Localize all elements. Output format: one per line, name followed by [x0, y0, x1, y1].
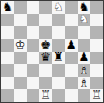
white-rook-outline: ♖ — [90, 89, 103, 102]
square-e7[interactable] — [52, 14, 65, 27]
square-a7[interactable] — [1, 14, 14, 27]
white-knight-piece: ♞♘ — [52, 1, 65, 14]
square-b5[interactable]: ♚♔ — [14, 39, 27, 52]
square-g8[interactable]: ♞ — [78, 1, 91, 14]
square-e1[interactable] — [52, 89, 65, 102]
square-h5[interactable] — [90, 39, 103, 52]
square-b2[interactable] — [14, 77, 27, 90]
square-h6[interactable] — [90, 26, 103, 39]
black-pawn-piece: ♟ — [65, 39, 78, 52]
square-e5[interactable] — [52, 39, 65, 52]
black-knight-piece: ♞ — [1, 1, 14, 14]
square-f2[interactable] — [65, 77, 78, 90]
black-pawn-glyph: ♟ — [78, 52, 91, 65]
square-d3[interactable] — [39, 64, 52, 77]
black-knight-piece: ♞ — [78, 1, 91, 14]
square-g4[interactable]: ♟ — [78, 52, 91, 65]
white-knight-outline: ♘ — [78, 14, 91, 27]
square-f4[interactable] — [65, 52, 78, 65]
square-e3[interactable] — [52, 64, 65, 77]
square-c5[interactable] — [27, 39, 40, 52]
black-king-glyph: ♚ — [39, 39, 52, 52]
white-king-piece: ♚♔ — [14, 39, 27, 52]
square-d4[interactable]: ♛ — [39, 52, 52, 65]
square-a8[interactable]: ♞ — [1, 1, 14, 14]
square-d2[interactable] — [39, 77, 52, 90]
square-e6[interactable] — [52, 26, 65, 39]
square-f8[interactable] — [65, 1, 78, 14]
black-rook-glyph: ♜ — [52, 52, 65, 65]
square-h2[interactable] — [90, 77, 103, 90]
square-h3[interactable] — [90, 64, 103, 77]
square-b4[interactable] — [14, 52, 27, 65]
square-c6[interactable] — [27, 26, 40, 39]
square-d1[interactable]: ♜♖ — [39, 89, 52, 102]
square-a5[interactable] — [1, 39, 14, 52]
black-rook-piece: ♜ — [52, 52, 65, 65]
square-e8[interactable]: ♞♘ — [52, 1, 65, 14]
square-f7[interactable] — [65, 14, 78, 27]
square-e4[interactable]: ♜ — [52, 52, 65, 65]
white-bishop-outline: ♗ — [78, 64, 91, 77]
square-d8[interactable] — [39, 1, 52, 14]
square-f6[interactable] — [65, 26, 78, 39]
square-g3[interactable]: ♝♗ — [78, 64, 91, 77]
square-h8[interactable] — [90, 1, 103, 14]
square-g5[interactable] — [78, 39, 91, 52]
square-b3[interactable] — [14, 64, 27, 77]
square-g6[interactable] — [78, 26, 91, 39]
black-king-piece: ♚ — [39, 39, 52, 52]
square-e2[interactable] — [52, 77, 65, 90]
square-h7[interactable] — [90, 14, 103, 27]
square-c1[interactable] — [27, 89, 40, 102]
square-f1[interactable] — [65, 89, 78, 102]
square-g7[interactable]: ♞♘ — [78, 14, 91, 27]
square-c4[interactable] — [27, 52, 40, 65]
square-h1[interactable]: ♜♖ — [90, 89, 103, 102]
black-pawn-piece: ♟ — [78, 52, 91, 65]
square-b1[interactable] — [14, 89, 27, 102]
black-queen-glyph: ♛ — [39, 52, 52, 65]
square-d7[interactable] — [39, 14, 52, 27]
square-a3[interactable] — [1, 64, 14, 77]
black-knight-glyph: ♞ — [78, 1, 91, 14]
square-c8[interactable] — [27, 1, 40, 14]
white-rook-piece: ♜♖ — [90, 89, 103, 102]
square-b8[interactable] — [14, 1, 27, 14]
chess-board: ♞♞♘♞♞♘♚♔♚♟♛♜♟♝♗♝♗♜♖♜♖ — [1, 1, 103, 102]
square-a1[interactable] — [1, 89, 14, 102]
black-queen-piece: ♛ — [39, 52, 52, 65]
square-g2[interactable]: ♝♗ — [78, 77, 91, 90]
square-c7[interactable] — [27, 14, 40, 27]
white-bishop-outline: ♗ — [78, 77, 91, 90]
square-a6[interactable] — [1, 26, 14, 39]
square-g1[interactable] — [78, 89, 91, 102]
chess-board-frame: ♞♞♘♞♞♘♚♔♚♟♛♜♟♝♗♝♗♜♖♜♖ — [0, 0, 104, 103]
white-knight-outline: ♘ — [52, 1, 65, 14]
square-f3[interactable] — [65, 64, 78, 77]
white-bishop-piece: ♝♗ — [78, 64, 91, 77]
square-b7[interactable] — [14, 14, 27, 27]
square-d5[interactable]: ♚ — [39, 39, 52, 52]
square-a4[interactable] — [1, 52, 14, 65]
square-f5[interactable]: ♟ — [65, 39, 78, 52]
white-king-outline: ♔ — [14, 39, 27, 52]
square-a2[interactable] — [1, 77, 14, 90]
white-knight-piece: ♞♘ — [78, 14, 91, 27]
white-bishop-piece: ♝♗ — [78, 77, 91, 90]
square-b6[interactable] — [14, 26, 27, 39]
square-c2[interactable] — [27, 77, 40, 90]
black-pawn-glyph: ♟ — [65, 39, 78, 52]
square-h4[interactable] — [90, 52, 103, 65]
black-knight-glyph: ♞ — [1, 1, 14, 14]
square-c3[interactable] — [27, 64, 40, 77]
white-rook-piece: ♜♖ — [39, 89, 52, 102]
square-d6[interactable] — [39, 26, 52, 39]
white-rook-outline: ♖ — [39, 89, 52, 102]
